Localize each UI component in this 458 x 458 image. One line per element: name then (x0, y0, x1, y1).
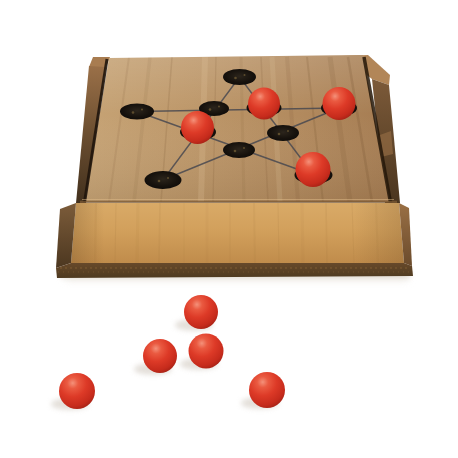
hole-brass-fleck (218, 106, 220, 108)
hole-inner-bottom[interactable] (223, 142, 255, 158)
loose-red-ball-2[interactable] (143, 339, 177, 373)
hole-brass-fleck (244, 74, 246, 76)
hole-brass-fleck (158, 180, 161, 183)
loose-red-ball-3[interactable] (189, 334, 224, 369)
loose-red-ball-1[interactable] (184, 295, 218, 329)
hole-inner-lower-right[interactable] (267, 125, 299, 141)
hole-brass-fleck (167, 177, 169, 179)
box-bottom-edge (56, 263, 413, 278)
hole-brass-fleck (278, 133, 281, 136)
photo-scene (0, 0, 458, 458)
hole-brass-fleck (209, 108, 212, 111)
red-ball-inner-lower-left[interactable] (181, 111, 214, 144)
hole-brass-fleck (132, 111, 135, 114)
puzzle-box-scene (0, 0, 458, 458)
red-ball-outer-right[interactable] (323, 87, 356, 120)
loose-red-ball-5[interactable] (249, 372, 285, 408)
red-ball-inner-upper-right[interactable] (248, 88, 280, 120)
hole-brass-fleck (234, 77, 237, 80)
hole-outer-bottom-left[interactable] (145, 171, 182, 189)
hole-brass-fleck (243, 147, 245, 149)
red-ball-outer-bottom-right[interactable] (296, 152, 331, 187)
hole-brass-fleck (287, 130, 289, 132)
hole-brass-fleck (234, 150, 237, 153)
hole-brass-fleck (141, 109, 143, 111)
loose-red-ball-4[interactable] (59, 373, 95, 409)
hole-outer-left[interactable] (120, 104, 154, 120)
hole-outer-top[interactable] (223, 69, 256, 85)
